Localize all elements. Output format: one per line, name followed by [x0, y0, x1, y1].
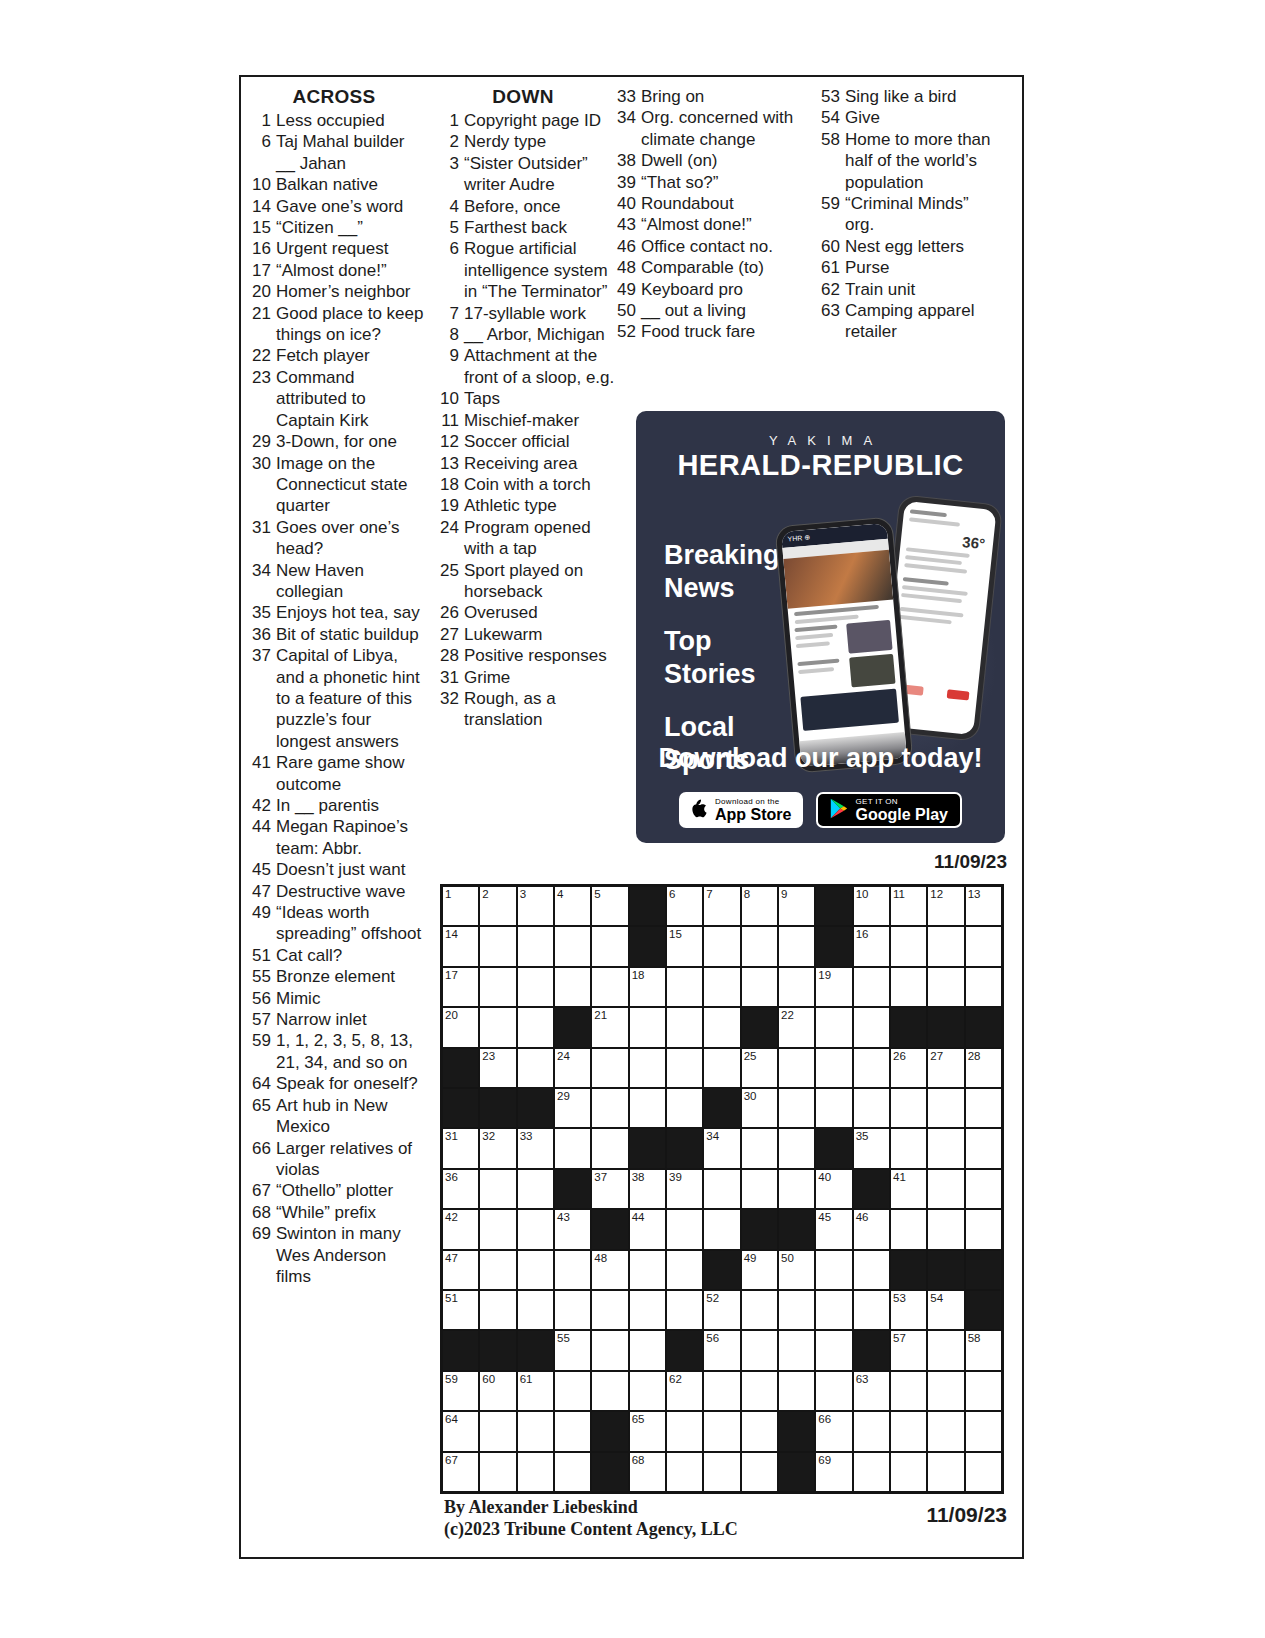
grid-cell[interactable]	[555, 1412, 590, 1450]
google-play-badge-big-text: Google Play	[855, 806, 947, 823]
grid-cell[interactable]	[928, 1210, 963, 1248]
grid-cell[interactable]: 27	[928, 1049, 963, 1087]
clue-text: Positive responses	[464, 645, 615, 666]
grid-cell[interactable]: 60	[480, 1372, 515, 1410]
clue: 15“Citizen __”	[243, 217, 425, 238]
grid-cell[interactable]	[704, 968, 739, 1006]
grid-cell[interactable]	[592, 1049, 627, 1087]
grid-cell[interactable]	[630, 1291, 665, 1329]
grid-cell[interactable]	[592, 927, 627, 965]
clue-text: Nerdy type	[464, 131, 615, 152]
grid-cell[interactable]	[518, 1412, 553, 1450]
grid-cell[interactable]	[966, 968, 1001, 1006]
grid-cell[interactable]	[555, 1291, 590, 1329]
grid-cell[interactable]: 15	[667, 927, 702, 965]
grid-cell[interactable]	[667, 1251, 702, 1289]
grid-cell[interactable]	[928, 1089, 963, 1127]
grid-cell[interactable]: 17	[443, 968, 478, 1006]
grid-cell[interactable]	[891, 1129, 926, 1167]
cell-number: 15	[669, 928, 682, 940]
grid-cell[interactable]	[779, 1129, 814, 1167]
clue-number: 62	[812, 279, 840, 300]
clue: 65Art hub in New Mexico	[243, 1095, 425, 1138]
grid-cell[interactable]	[518, 1170, 553, 1208]
grid-cell[interactable]: 7	[704, 887, 739, 925]
clue-number: 40	[608, 193, 636, 214]
grid-cell[interactable]: 67	[443, 1453, 478, 1491]
grid-cell[interactable]	[704, 1008, 739, 1046]
google-play-badge[interactable]: GET IT ON Google Play	[816, 792, 961, 828]
grid-cell[interactable]	[630, 1251, 665, 1289]
black-cell	[443, 1089, 478, 1127]
cell-number: 30	[744, 1090, 757, 1102]
grid-cell[interactable]: 56	[704, 1331, 739, 1369]
clue: 68“While” prefix	[243, 1202, 425, 1223]
grid-cell[interactable]	[779, 1331, 814, 1369]
clue: 39“That so?”	[608, 172, 794, 193]
grid-cell[interactable]: 38	[630, 1170, 665, 1208]
grid-cell[interactable]	[480, 968, 515, 1006]
cell-number: 1	[445, 888, 451, 900]
clue-number: 32	[431, 688, 459, 731]
grid-cell[interactable]	[667, 1412, 702, 1450]
grid-cell[interactable]: 58	[966, 1331, 1001, 1369]
grid-cell[interactable]	[816, 1291, 851, 1329]
clue: 24Program opened with a tap	[431, 517, 615, 560]
grid-cell[interactable]: 53	[891, 1291, 926, 1329]
black-cell	[555, 1008, 590, 1046]
grid-cell[interactable]	[518, 927, 553, 965]
grid-cell[interactable]: 48	[592, 1251, 627, 1289]
grid-cell[interactable]	[480, 927, 515, 965]
grid-cell[interactable]	[480, 1170, 515, 1208]
clue: 33Bring on	[608, 86, 794, 107]
grid-cell[interactable]: 62	[667, 1372, 702, 1410]
down-clue-list-1: 1Copyright page ID2Nerdy type3“Sister Ou…	[431, 110, 615, 731]
grid-cell[interactable]	[966, 1453, 1001, 1491]
clue-number: 47	[243, 881, 271, 902]
grid-cell[interactable]: 37	[592, 1170, 627, 1208]
cell-number: 26	[893, 1050, 906, 1062]
grid-cell[interactable]	[854, 1453, 889, 1491]
puzzle-date-top: 11/09/23	[820, 851, 1007, 873]
puzzle-date-bottom: 11/09/23	[820, 1503, 1007, 1527]
grid-cell[interactable]: 20	[443, 1008, 478, 1046]
grid-cell[interactable]	[480, 1412, 515, 1450]
grid-cell[interactable]: 14	[443, 927, 478, 965]
grid-cell[interactable]	[518, 1210, 553, 1248]
grid-cell[interactable]	[742, 927, 777, 965]
black-cell	[667, 1129, 702, 1167]
grid-cell[interactable]: 6	[667, 887, 702, 925]
grid-cell[interactable]	[966, 1372, 1001, 1410]
grid-cell[interactable]	[854, 968, 889, 1006]
grid-cell[interactable]	[742, 1129, 777, 1167]
grid-cell[interactable]	[555, 968, 590, 1006]
grid-cell[interactable]	[592, 1129, 627, 1167]
grid-cell[interactable]: 28	[966, 1049, 1001, 1087]
grid-cell[interactable]	[592, 1291, 627, 1329]
clue-number: 44	[243, 816, 271, 859]
cell-number: 66	[818, 1413, 831, 1425]
grid-cell[interactable]: 68	[630, 1453, 665, 1491]
grid-cell[interactable]	[966, 1210, 1001, 1248]
clue: 55Bronze element	[243, 966, 425, 987]
grid-cell[interactable]	[928, 1170, 963, 1208]
grid-cell[interactable]: 35	[854, 1129, 889, 1167]
grid-cell[interactable]: 59	[443, 1372, 478, 1410]
grid-cell[interactable]	[630, 1089, 665, 1127]
grid-cell[interactable]	[891, 968, 926, 1006]
grid-cell[interactable]	[891, 1210, 926, 1248]
grid-cell[interactable]	[742, 1331, 777, 1369]
grid-cell[interactable]: 26	[891, 1049, 926, 1087]
grid-cell[interactable]: 22	[779, 1008, 814, 1046]
grid-cell[interactable]	[966, 1129, 1001, 1167]
ad-call-to-action: Download our app today!	[636, 743, 1005, 774]
grid-cell[interactable]	[928, 1331, 963, 1369]
clue-text: Speak for oneself?	[276, 1073, 425, 1094]
grid-cell[interactable]	[518, 1049, 553, 1087]
cell-number: 49	[744, 1252, 757, 1264]
clue-number: 57	[243, 1009, 271, 1030]
clue-number: 50	[608, 300, 636, 321]
grid-cell[interactable]	[667, 1453, 702, 1491]
grid-cell[interactable]: 31	[443, 1129, 478, 1167]
clue-text: Home to more than half of the world’s po…	[845, 129, 1002, 193]
clue-text: Rare game show outcome	[276, 752, 425, 795]
grid-cell[interactable]: 24	[555, 1049, 590, 1087]
grid-cell[interactable]: 47	[443, 1251, 478, 1289]
grid-cell[interactable]	[742, 1372, 777, 1410]
app-store-badge[interactable]: Download on the App Store	[679, 792, 803, 828]
grid-cell[interactable]: 43	[555, 1210, 590, 1248]
grid-cell[interactable]	[480, 1210, 515, 1248]
grid-cell[interactable]	[779, 1089, 814, 1127]
grid-cell[interactable]: 2	[480, 887, 515, 925]
grid-cell[interactable]	[742, 1291, 777, 1329]
grid-cell[interactable]	[630, 1372, 665, 1410]
grid-cell[interactable]: 4	[555, 887, 590, 925]
black-cell	[816, 927, 851, 965]
clue-text: Goes over one’s head?	[276, 517, 425, 560]
grid-cell[interactable]	[667, 1089, 702, 1127]
clue: 11Mischief-maker	[431, 410, 615, 431]
cell-number: 68	[632, 1454, 645, 1466]
grid-cell[interactable]	[854, 1049, 889, 1087]
clue: 50__ out a living	[608, 300, 794, 321]
clue-text: Destructive wave	[276, 881, 425, 902]
grid-cell[interactable]	[854, 1008, 889, 1046]
grid-cell[interactable]	[966, 1089, 1001, 1127]
grid-cell[interactable]: 32	[480, 1129, 515, 1167]
grid-cell[interactable]	[704, 1049, 739, 1087]
clue-text: Urgent request	[276, 238, 425, 259]
clue-text: Less occupied	[276, 110, 425, 131]
grid-cell[interactable]: 46	[854, 1210, 889, 1248]
grid-cell[interactable]: 45	[816, 1210, 851, 1248]
grid-cell[interactable]	[891, 1372, 926, 1410]
grid-cell[interactable]	[480, 1291, 515, 1329]
grid-cell[interactable]	[704, 927, 739, 965]
grid-cell[interactable]	[704, 1412, 739, 1450]
clue: 13Receiving area	[431, 453, 615, 474]
grid-cell[interactable]	[592, 1331, 627, 1369]
grid-cell[interactable]	[704, 1210, 739, 1248]
clue: 31Goes over one’s head?	[243, 517, 425, 560]
grid-cell[interactable]: 41	[891, 1170, 926, 1208]
grid-cell[interactable]	[630, 1049, 665, 1087]
across-clue-list: 1Less occupied6Taj Mahal builder __ Jaha…	[243, 110, 425, 1287]
clue-number: 10	[431, 388, 459, 409]
grid-cell[interactable]	[555, 927, 590, 965]
clue-number: 10	[243, 174, 271, 195]
grid-cell[interactable]	[854, 1089, 889, 1127]
clue-text: Attachment at the front of a sloop, e.g.	[464, 345, 615, 388]
grid-cell[interactable]: 34	[704, 1129, 739, 1167]
grid-cell[interactable]	[667, 1049, 702, 1087]
clue: 4Before, once	[431, 196, 615, 217]
clue-text: Camping apparel retailer	[845, 300, 1002, 343]
grid-cell[interactable]	[928, 1129, 963, 1167]
down-clues-column-2: 33Bring on34Org. concerned with climate …	[608, 86, 794, 343]
grid-cell[interactable]	[854, 1251, 889, 1289]
grid-cell[interactable]	[667, 1210, 702, 1248]
clue-text: “Ideas worth spreading” offshoot	[276, 902, 425, 945]
clue: 16Urgent request	[243, 238, 425, 259]
grid-cell[interactable]	[480, 1008, 515, 1046]
grid-cell[interactable]	[779, 1372, 814, 1410]
grid-cell[interactable]	[816, 1089, 851, 1127]
clue-text: Rough, as a translation	[464, 688, 615, 731]
clue-text: __ out a living	[641, 300, 794, 321]
grid-cell[interactable]	[816, 1049, 851, 1087]
clue-number: 38	[608, 150, 636, 171]
clue-text: Dwell (on)	[641, 150, 794, 171]
grid-cell[interactable]	[704, 1170, 739, 1208]
grid-cell[interactable]: 29	[555, 1089, 590, 1127]
grid-cell[interactable]	[667, 1291, 702, 1329]
clue-text: Rogue artificial intelligence system in …	[464, 238, 615, 302]
grid-cell[interactable]	[518, 1251, 553, 1289]
clue: 10Taps	[431, 388, 615, 409]
black-cell	[518, 1331, 553, 1369]
grid-cell[interactable]	[630, 1008, 665, 1046]
grid-cell[interactable]: 61	[518, 1372, 553, 1410]
clue-number: 15	[243, 217, 271, 238]
cell-number: 32	[482, 1130, 495, 1142]
cell-number: 43	[557, 1211, 570, 1223]
grid-cell[interactable]: 33	[518, 1129, 553, 1167]
grid-cell[interactable]: 25	[742, 1049, 777, 1087]
grid-cell[interactable]	[891, 927, 926, 965]
grid-cell[interactable]	[630, 1331, 665, 1369]
black-cell	[630, 1129, 665, 1167]
across-header: ACROSS	[243, 86, 425, 108]
grid-cell[interactable]	[928, 1453, 963, 1491]
grid-cell[interactable]: 50	[779, 1251, 814, 1289]
grid-cell[interactable]: 11	[891, 887, 926, 925]
grid-cell[interactable]	[592, 1372, 627, 1410]
grid-cell[interactable]: 63	[854, 1372, 889, 1410]
grid-cell[interactable]	[742, 968, 777, 1006]
ad-masthead: HERALD-REPUBLIC	[636, 449, 1005, 482]
grid-cell[interactable]	[704, 1372, 739, 1410]
grid-cell[interactable]	[704, 1453, 739, 1491]
clue: 53Sing like a bird	[812, 86, 1002, 107]
grid-cell[interactable]: 64	[443, 1412, 478, 1450]
grid-cell[interactable]	[816, 1008, 851, 1046]
grid-cell[interactable]	[779, 1049, 814, 1087]
grid-cell[interactable]	[779, 1291, 814, 1329]
cell-number: 21	[594, 1009, 607, 1021]
grid-cell[interactable]: 49	[742, 1251, 777, 1289]
clue-number: 59	[812, 193, 840, 236]
clue-number: 34	[608, 107, 636, 150]
black-cell	[966, 1291, 1001, 1329]
grid-cell[interactable]	[518, 968, 553, 1006]
grid-cell[interactable]	[816, 1331, 851, 1369]
grid-cell[interactable]	[891, 1089, 926, 1127]
grid-cell[interactable]	[518, 1008, 553, 1046]
grid-cell[interactable]: 44	[630, 1210, 665, 1248]
grid-cell[interactable]	[779, 1170, 814, 1208]
cell-number: 27	[930, 1050, 943, 1062]
grid-cell[interactable]	[816, 1251, 851, 1289]
clue-number: 9	[431, 345, 459, 388]
clue: 38Dwell (on)	[608, 150, 794, 171]
grid-cell[interactable]: 12	[928, 887, 963, 925]
cell-number: 63	[856, 1373, 869, 1385]
grid-cell[interactable]: 9	[779, 887, 814, 925]
grid-cell[interactable]: 8	[742, 887, 777, 925]
news-phone-screen: YHR ⊕	[781, 523, 907, 767]
clue-number: 30	[243, 453, 271, 517]
grid-cell[interactable]: 18	[630, 968, 665, 1006]
grid-cell[interactable]: 57	[891, 1331, 926, 1369]
grid-cell[interactable]: 23	[480, 1049, 515, 1087]
clue: 59“Criminal Minds” org.	[812, 193, 1002, 236]
grid-cell[interactable]	[928, 927, 963, 965]
clue: 64Speak for oneself?	[243, 1073, 425, 1094]
grid-cell[interactable]: 21	[592, 1008, 627, 1046]
grid-cell[interactable]	[518, 1291, 553, 1329]
grid-cell[interactable]	[779, 968, 814, 1006]
black-cell	[816, 887, 851, 925]
black-cell	[966, 1251, 1001, 1289]
clue: 48Comparable (to)	[608, 257, 794, 278]
news-phone-mockup: YHR ⊕	[774, 516, 913, 773]
grid-cell[interactable]: 66	[816, 1412, 851, 1450]
grid-cell[interactable]	[742, 1170, 777, 1208]
grid-cell[interactable]: 65	[630, 1412, 665, 1450]
grid-cell[interactable]	[592, 1089, 627, 1127]
grid-cell[interactable]	[966, 1170, 1001, 1208]
grid-cell[interactable]	[555, 1372, 590, 1410]
cell-number: 50	[781, 1252, 794, 1264]
grid-cell[interactable]: 51	[443, 1291, 478, 1329]
grid-cell[interactable]	[779, 927, 814, 965]
clue-text: Sport played on horseback	[464, 560, 615, 603]
clue-text: Homer’s neighbor	[276, 281, 425, 302]
grid-cell[interactable]	[667, 968, 702, 1006]
grid-cell[interactable]: 55	[555, 1331, 590, 1369]
grid-cell[interactable]	[742, 1453, 777, 1491]
clue-text: Athletic type	[464, 495, 615, 516]
grid-cell[interactable]	[518, 1453, 553, 1491]
grid-cell[interactable]: 10	[854, 887, 889, 925]
cell-number: 61	[520, 1373, 533, 1385]
grid-cell[interactable]	[480, 1453, 515, 1491]
weather-temp: 36°	[962, 533, 986, 552]
grid-cell[interactable]	[966, 927, 1001, 965]
clue-number: 24	[431, 517, 459, 560]
grid-cell[interactable]	[891, 1453, 926, 1491]
clue: 66Larger relatives of violas	[243, 1138, 425, 1181]
grid-cell[interactable]	[928, 1372, 963, 1410]
clue: 49“Ideas worth spreading” offshoot	[243, 902, 425, 945]
grid-cell[interactable]: 5	[592, 887, 627, 925]
clue-number: 45	[243, 859, 271, 880]
grid-cell[interactable]	[966, 1412, 1001, 1450]
google-play-badge-small-text: GET IT ON	[855, 797, 947, 806]
clue: 61Purse	[812, 257, 1002, 278]
grid-cell[interactable]	[555, 1251, 590, 1289]
black-cell	[854, 1170, 889, 1208]
clue: 5Farthest back	[431, 217, 615, 238]
black-cell	[742, 1210, 777, 1248]
clue-number: 51	[243, 945, 271, 966]
clue-number: 42	[243, 795, 271, 816]
clue-text: Cat call?	[276, 945, 425, 966]
black-cell	[630, 887, 665, 925]
grid-cell[interactable]: 1	[443, 887, 478, 925]
grid-cell[interactable]	[555, 1129, 590, 1167]
crossword-puzzle-page: ACROSS 1Less occupied6Taj Mahal builder …	[0, 0, 1265, 1638]
grid-cell[interactable]	[854, 1291, 889, 1329]
grid-cell[interactable]	[816, 1372, 851, 1410]
clue-text: Copyright page ID	[464, 110, 615, 131]
grid-cell[interactable]: 3	[518, 887, 553, 925]
grid-cell[interactable]	[480, 1251, 515, 1289]
grid-cell[interactable]: 16	[854, 927, 889, 965]
cell-number: 36	[445, 1171, 458, 1183]
grid-cell[interactable]: 69	[816, 1453, 851, 1491]
grid-cell[interactable]: 54	[928, 1291, 963, 1329]
byline: By Alexander Liebeskind	[444, 1497, 638, 1518]
grid-cell[interactable]	[555, 1453, 590, 1491]
grid-cell[interactable]	[854, 1412, 889, 1450]
grid-cell[interactable]	[742, 1412, 777, 1450]
grid-cell[interactable]: 36	[443, 1170, 478, 1208]
grid-cell[interactable]: 42	[443, 1210, 478, 1248]
grid-cell[interactable]: 13	[966, 887, 1001, 925]
clue: 3“Sister Outsider” writer Audre	[431, 153, 615, 196]
grid-cell[interactable]	[667, 1008, 702, 1046]
grid-cell[interactable]: 30	[742, 1089, 777, 1127]
grid-cell[interactable]: 39	[667, 1170, 702, 1208]
grid-cell[interactable]: 52	[704, 1291, 739, 1329]
grid-cell[interactable]	[928, 968, 963, 1006]
grid-cell[interactable]	[928, 1412, 963, 1450]
grid-cell[interactable]: 40	[816, 1170, 851, 1208]
cell-number: 29	[557, 1090, 570, 1102]
grid-cell[interactable]	[592, 968, 627, 1006]
cell-number: 23	[482, 1050, 495, 1062]
grid-cell[interactable]: 19	[816, 968, 851, 1006]
clue-number: 65	[243, 1095, 271, 1138]
grid-cell[interactable]	[891, 1412, 926, 1450]
